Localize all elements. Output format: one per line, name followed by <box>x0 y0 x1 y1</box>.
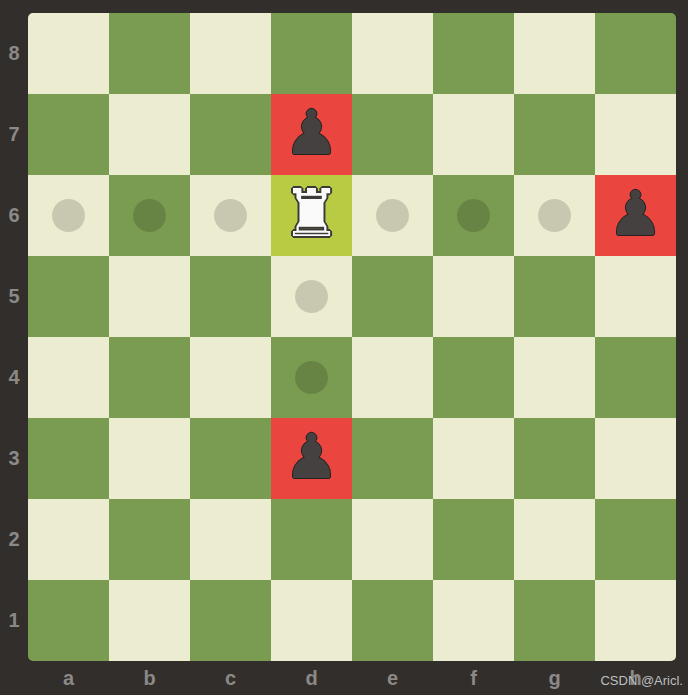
square-e2[interactable] <box>352 499 433 580</box>
square-c5[interactable] <box>190 256 271 337</box>
square-h2[interactable] <box>595 499 676 580</box>
move-hint-dot[interactable] <box>133 199 166 232</box>
square-c2[interactable] <box>190 499 271 580</box>
rank-label-2: 2 <box>0 499 28 580</box>
square-d4[interactable] <box>271 337 352 418</box>
square-d2[interactable] <box>271 499 352 580</box>
file-label-e: e <box>352 661 433 695</box>
square-c1[interactable] <box>190 580 271 661</box>
square-c4[interactable] <box>190 337 271 418</box>
rank-label-4: 4 <box>0 337 28 418</box>
square-e1[interactable] <box>352 580 433 661</box>
white-rook[interactable]: ♜ <box>282 181 341 247</box>
move-hint-dot[interactable] <box>295 280 328 313</box>
black-pawn[interactable]: ♟ <box>608 183 664 245</box>
square-b7[interactable] <box>109 94 190 175</box>
rank-label-1: 1 <box>0 580 28 661</box>
black-pawn[interactable]: ♟ <box>284 102 340 164</box>
rank-label-5: 5 <box>0 256 28 337</box>
square-h7[interactable] <box>595 94 676 175</box>
move-hint-dot[interactable] <box>295 361 328 394</box>
square-e6[interactable] <box>352 175 433 256</box>
rank-label-3: 3 <box>0 418 28 499</box>
rank-label-7: 7 <box>0 94 28 175</box>
square-e3[interactable] <box>352 418 433 499</box>
file-label-b: b <box>109 661 190 695</box>
square-f4[interactable] <box>433 337 514 418</box>
square-f6[interactable] <box>433 175 514 256</box>
rank-labels: 8 7 6 5 4 3 2 1 <box>0 13 28 661</box>
square-a1[interactable] <box>28 580 109 661</box>
file-label-d: d <box>271 661 352 695</box>
square-g3[interactable] <box>514 418 595 499</box>
square-g2[interactable] <box>514 499 595 580</box>
square-d8[interactable] <box>271 13 352 94</box>
file-labels: a b c d e f g h <box>28 661 676 695</box>
square-d5[interactable] <box>271 256 352 337</box>
square-h1[interactable] <box>595 580 676 661</box>
square-f3[interactable] <box>433 418 514 499</box>
square-g6[interactable] <box>514 175 595 256</box>
file-label-c: c <box>190 661 271 695</box>
square-g5[interactable] <box>514 256 595 337</box>
square-h3[interactable] <box>595 418 676 499</box>
square-g1[interactable] <box>514 580 595 661</box>
chess-app-background: { "game": "chess", "position": { "fen": … <box>0 0 688 695</box>
square-b4[interactable] <box>109 337 190 418</box>
square-a7[interactable] <box>28 94 109 175</box>
square-a3[interactable] <box>28 418 109 499</box>
square-f7[interactable] <box>433 94 514 175</box>
square-b8[interactable] <box>109 13 190 94</box>
square-b5[interactable] <box>109 256 190 337</box>
square-g4[interactable] <box>514 337 595 418</box>
square-c6[interactable] <box>190 175 271 256</box>
rank-label-8: 8 <box>0 13 28 94</box>
square-g8[interactable] <box>514 13 595 94</box>
square-a4[interactable] <box>28 337 109 418</box>
square-f5[interactable] <box>433 256 514 337</box>
move-hint-dot[interactable] <box>52 199 85 232</box>
rank-label-6: 6 <box>0 175 28 256</box>
square-c3[interactable] <box>190 418 271 499</box>
square-e8[interactable] <box>352 13 433 94</box>
file-label-g: g <box>514 661 595 695</box>
square-c8[interactable] <box>190 13 271 94</box>
square-b1[interactable] <box>109 580 190 661</box>
square-d6[interactable]: ♜ <box>271 175 352 256</box>
square-f8[interactable] <box>433 13 514 94</box>
move-hint-dot[interactable] <box>538 199 571 232</box>
square-f1[interactable] <box>433 580 514 661</box>
square-b2[interactable] <box>109 499 190 580</box>
square-a6[interactable] <box>28 175 109 256</box>
square-b6[interactable] <box>109 175 190 256</box>
square-e7[interactable] <box>352 94 433 175</box>
square-h5[interactable] <box>595 256 676 337</box>
square-b3[interactable] <box>109 418 190 499</box>
move-hint-dot[interactable] <box>376 199 409 232</box>
chess-board: ♟♜♟♟ <box>28 13 676 661</box>
square-a5[interactable] <box>28 256 109 337</box>
square-g7[interactable] <box>514 94 595 175</box>
square-a2[interactable] <box>28 499 109 580</box>
square-e4[interactable] <box>352 337 433 418</box>
move-hint-dot[interactable] <box>214 199 247 232</box>
square-h4[interactable] <box>595 337 676 418</box>
square-d3[interactable]: ♟ <box>271 418 352 499</box>
square-d7[interactable]: ♟ <box>271 94 352 175</box>
square-h8[interactable] <box>595 13 676 94</box>
black-pawn[interactable]: ♟ <box>284 426 340 488</box>
square-h6[interactable]: ♟ <box>595 175 676 256</box>
square-f2[interactable] <box>433 499 514 580</box>
square-d1[interactable] <box>271 580 352 661</box>
move-hint-dot[interactable] <box>457 199 490 232</box>
square-c7[interactable] <box>190 94 271 175</box>
square-e5[interactable] <box>352 256 433 337</box>
watermark: CSDN @Aricl. <box>600 673 683 688</box>
file-label-f: f <box>433 661 514 695</box>
file-label-a: a <box>28 661 109 695</box>
square-a8[interactable] <box>28 13 109 94</box>
